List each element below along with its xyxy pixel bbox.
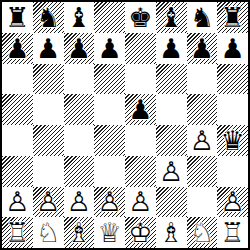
chessboard: ♜♞♝♚♝♞♜♟♟♟♟♟♟♟♟♟♙♛♟♙♟♙♟♙♟♙♟♙♟♙♟♙♜♖♞♘♝♗♛♕… bbox=[0, 0, 250, 250]
black-bishop-c8[interactable]: ♝ bbox=[64, 2, 95, 33]
square-f4[interactable] bbox=[156, 125, 187, 156]
square-h6[interactable] bbox=[217, 64, 248, 95]
square-b1[interactable]: ♞♘ bbox=[33, 217, 64, 248]
square-a5[interactable] bbox=[2, 94, 33, 125]
white-king-e1[interactable]: ♚♔ bbox=[125, 217, 156, 248]
piece-glyph-outline: ♘ bbox=[33, 217, 64, 248]
white-pawn-a2[interactable]: ♟♙ bbox=[2, 187, 33, 218]
piece-glyph-outline: ♖ bbox=[217, 217, 248, 248]
square-f8[interactable]: ♝ bbox=[156, 2, 187, 33]
piece-glyph-outline: ♙ bbox=[156, 156, 187, 187]
piece-glyph-solid: ♟ bbox=[94, 33, 125, 64]
square-c4[interactable] bbox=[64, 125, 95, 156]
white-rook-a1[interactable]: ♜♖ bbox=[2, 217, 33, 248]
piece-glyph-solid: ♚ bbox=[125, 2, 156, 33]
white-knight-b1[interactable]: ♞♘ bbox=[33, 217, 64, 248]
square-h7[interactable]: ♟ bbox=[217, 33, 248, 64]
square-g5[interactable] bbox=[187, 94, 218, 125]
black-pawn-c7[interactable]: ♟ bbox=[64, 33, 95, 64]
square-d5[interactable] bbox=[94, 94, 125, 125]
white-bishop-f1[interactable]: ♝♗ bbox=[156, 217, 187, 248]
square-c3[interactable] bbox=[64, 156, 95, 187]
black-rook-h8[interactable]: ♜ bbox=[217, 2, 248, 33]
square-a1[interactable]: ♜♖ bbox=[2, 217, 33, 248]
square-d7[interactable]: ♟ bbox=[94, 33, 125, 64]
square-e5[interactable]: ♟ bbox=[125, 94, 156, 125]
square-a4[interactable] bbox=[2, 125, 33, 156]
square-g2[interactable] bbox=[187, 187, 218, 218]
square-b4[interactable] bbox=[33, 125, 64, 156]
black-knight-b8[interactable]: ♞ bbox=[33, 2, 64, 33]
piece-glyph-solid: ♟ bbox=[125, 94, 156, 125]
piece-glyph-outline: ♕ bbox=[94, 217, 125, 248]
square-d4[interactable] bbox=[94, 125, 125, 156]
square-b6[interactable] bbox=[33, 64, 64, 95]
black-pawn-d7[interactable]: ♟ bbox=[94, 33, 125, 64]
square-e1[interactable]: ♚♔ bbox=[125, 217, 156, 248]
square-d6[interactable] bbox=[94, 64, 125, 95]
square-a2[interactable]: ♟♙ bbox=[2, 187, 33, 218]
square-e7[interactable] bbox=[125, 33, 156, 64]
square-h1[interactable]: ♜♖ bbox=[217, 217, 248, 248]
white-rook-h1[interactable]: ♜♖ bbox=[217, 217, 248, 248]
square-b8[interactable]: ♞ bbox=[33, 2, 64, 33]
white-bishop-c1[interactable]: ♝♗ bbox=[64, 217, 95, 248]
piece-glyph-solid: ♛ bbox=[217, 125, 248, 156]
piece-glyph-outline: ♙ bbox=[125, 187, 156, 218]
piece-glyph-outline: ♗ bbox=[156, 217, 187, 248]
square-a8[interactable]: ♜ bbox=[2, 2, 33, 33]
piece-glyph-outline: ♙ bbox=[33, 187, 64, 218]
square-e4[interactable] bbox=[125, 125, 156, 156]
square-f1[interactable]: ♝♗ bbox=[156, 217, 187, 248]
square-b2[interactable]: ♟♙ bbox=[33, 187, 64, 218]
square-f6[interactable] bbox=[156, 64, 187, 95]
black-pawn-g7[interactable]: ♟ bbox=[187, 33, 218, 64]
piece-glyph-outline: ♖ bbox=[2, 217, 33, 248]
piece-glyph-solid: ♟ bbox=[156, 33, 187, 64]
white-pawn-d2[interactable]: ♟♙ bbox=[94, 187, 125, 218]
square-h2[interactable]: ♟♙ bbox=[217, 187, 248, 218]
square-h8[interactable]: ♜ bbox=[217, 2, 248, 33]
black-pawn-e5[interactable]: ♟ bbox=[125, 94, 156, 125]
square-e6[interactable] bbox=[125, 64, 156, 95]
piece-glyph-solid: ♞ bbox=[187, 2, 218, 33]
square-h5[interactable] bbox=[217, 94, 248, 125]
square-c2[interactable]: ♟♙ bbox=[64, 187, 95, 218]
piece-glyph-outline: ♔ bbox=[125, 217, 156, 248]
square-c1[interactable]: ♝♗ bbox=[64, 217, 95, 248]
square-d1[interactable]: ♛♕ bbox=[94, 217, 125, 248]
piece-glyph-solid: ♟ bbox=[217, 33, 248, 64]
black-pawn-h7[interactable]: ♟ bbox=[217, 33, 248, 64]
square-e8[interactable]: ♚ bbox=[125, 2, 156, 33]
square-f2[interactable] bbox=[156, 187, 187, 218]
piece-glyph-solid: ♟ bbox=[2, 33, 33, 64]
white-pawn-f3[interactable]: ♟♙ bbox=[156, 156, 187, 187]
piece-glyph-solid: ♜ bbox=[2, 2, 33, 33]
square-h3[interactable] bbox=[217, 156, 248, 187]
square-f7[interactable]: ♟ bbox=[156, 33, 187, 64]
square-f5[interactable] bbox=[156, 94, 187, 125]
white-pawn-e2[interactable]: ♟♙ bbox=[125, 187, 156, 218]
piece-glyph-outline: ♙ bbox=[187, 125, 218, 156]
square-g3[interactable] bbox=[187, 156, 218, 187]
piece-glyph-solid: ♟ bbox=[187, 33, 218, 64]
square-a7[interactable]: ♟ bbox=[2, 33, 33, 64]
piece-glyph-outline: ♙ bbox=[64, 187, 95, 218]
square-g1[interactable]: ♞♘ bbox=[187, 217, 218, 248]
white-queen-d1[interactable]: ♛♕ bbox=[94, 217, 125, 248]
square-c8[interactable]: ♝ bbox=[64, 2, 95, 33]
white-pawn-h2[interactable]: ♟♙ bbox=[217, 187, 248, 218]
black-pawn-a7[interactable]: ♟ bbox=[2, 33, 33, 64]
piece-glyph-outline: ♙ bbox=[2, 187, 33, 218]
white-knight-g1[interactable]: ♞♘ bbox=[187, 217, 218, 248]
square-c7[interactable]: ♟ bbox=[64, 33, 95, 64]
white-pawn-c2[interactable]: ♟♙ bbox=[64, 187, 95, 218]
piece-glyph-solid: ♞ bbox=[33, 2, 64, 33]
piece-glyph-outline: ♙ bbox=[94, 187, 125, 218]
piece-glyph-outline: ♘ bbox=[187, 217, 218, 248]
square-g4[interactable]: ♟♙ bbox=[187, 125, 218, 156]
square-e3[interactable] bbox=[125, 156, 156, 187]
black-pawn-b7[interactable]: ♟ bbox=[33, 33, 64, 64]
board-grid: ♜♞♝♚♝♞♜♟♟♟♟♟♟♟♟♟♙♛♟♙♟♙♟♙♟♙♟♙♟♙♟♙♜♖♞♘♝♗♛♕… bbox=[2, 2, 248, 248]
square-f3[interactable]: ♟♙ bbox=[156, 156, 187, 187]
black-king-e8[interactable]: ♚ bbox=[125, 2, 156, 33]
square-b3[interactable] bbox=[33, 156, 64, 187]
square-e2[interactable]: ♟♙ bbox=[125, 187, 156, 218]
black-queen-h4[interactable]: ♛ bbox=[217, 125, 248, 156]
piece-glyph-outline: ♙ bbox=[217, 187, 248, 218]
black-knight-g8[interactable]: ♞ bbox=[187, 2, 218, 33]
square-d2[interactable]: ♟♙ bbox=[94, 187, 125, 218]
square-c6[interactable] bbox=[64, 64, 95, 95]
piece-glyph-outline: ♗ bbox=[64, 217, 95, 248]
square-g6[interactable] bbox=[187, 64, 218, 95]
black-rook-a8[interactable]: ♜ bbox=[2, 2, 33, 33]
square-d3[interactable] bbox=[94, 156, 125, 187]
square-d8[interactable] bbox=[94, 2, 125, 33]
white-pawn-b2[interactable]: ♟♙ bbox=[33, 187, 64, 218]
square-a3[interactable] bbox=[2, 156, 33, 187]
piece-glyph-solid: ♟ bbox=[64, 33, 95, 64]
white-pawn-g4[interactable]: ♟♙ bbox=[187, 125, 218, 156]
square-g7[interactable]: ♟ bbox=[187, 33, 218, 64]
piece-glyph-solid: ♝ bbox=[156, 2, 187, 33]
black-pawn-f7[interactable]: ♟ bbox=[156, 33, 187, 64]
square-a6[interactable] bbox=[2, 64, 33, 95]
square-b5[interactable] bbox=[33, 94, 64, 125]
black-bishop-f8[interactable]: ♝ bbox=[156, 2, 187, 33]
square-c5[interactable] bbox=[64, 94, 95, 125]
square-b7[interactable]: ♟ bbox=[33, 33, 64, 64]
square-g8[interactable]: ♞ bbox=[187, 2, 218, 33]
piece-glyph-solid: ♝ bbox=[64, 2, 95, 33]
piece-glyph-solid: ♜ bbox=[217, 2, 248, 33]
piece-glyph-solid: ♟ bbox=[33, 33, 64, 64]
square-h4[interactable]: ♛ bbox=[217, 125, 248, 156]
